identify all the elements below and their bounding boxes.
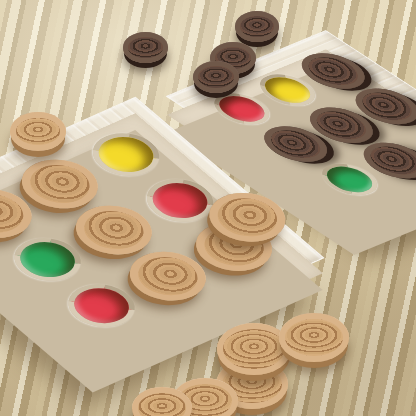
loose-light-piece[interactable] <box>279 313 349 362</box>
loose-dark-piece[interactable] <box>123 32 168 63</box>
tabletop-scene <box>0 0 416 416</box>
loose-dark-piece[interactable] <box>193 61 239 93</box>
loose-dark-piece[interactable] <box>235 11 279 42</box>
loose-light-piece[interactable] <box>10 112 66 151</box>
